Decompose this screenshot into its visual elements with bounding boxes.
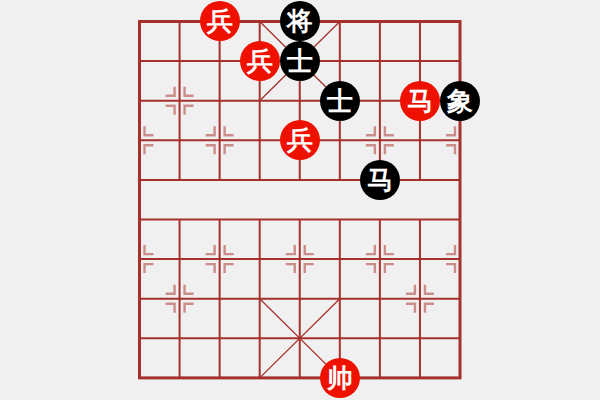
xiangqi-screen: 兵将兵士士马象兵马帅	[0, 0, 600, 400]
piece-black-advisor-2[interactable]: 士	[320, 81, 360, 121]
piece-black-advisor-1[interactable]: 士	[280, 41, 320, 81]
piece-red-soldier-3[interactable]: 兵	[280, 120, 320, 160]
piece-red-soldier-1[interactable]: 兵	[200, 1, 240, 41]
piece-red-soldier-2[interactable]: 兵	[240, 41, 280, 81]
piece-black-general[interactable]: 将	[280, 1, 320, 41]
piece-red-horse[interactable]: 马	[400, 81, 440, 121]
piece-black-elephant[interactable]: 象	[440, 81, 480, 121]
piece-red-general[interactable]: 帅	[320, 358, 360, 398]
xiangqi-piece-layer[interactable]: 兵将兵士士马象兵马帅	[119, 2, 480, 398]
piece-black-horse[interactable]: 马	[360, 160, 400, 200]
